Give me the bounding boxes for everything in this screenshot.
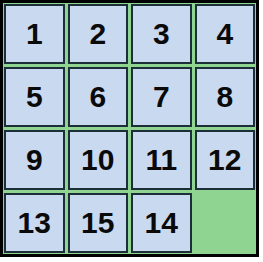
- puzzle-board: 123456789101112131514: [0, 0, 259, 257]
- tile-8[interactable]: 8: [195, 67, 256, 127]
- tile-10[interactable]: 10: [68, 130, 129, 190]
- tile-15[interactable]: 15: [68, 193, 129, 253]
- tile-7[interactable]: 7: [131, 67, 192, 127]
- empty-cell: [195, 193, 256, 253]
- tile-6[interactable]: 6: [68, 67, 129, 127]
- tile-11[interactable]: 11: [131, 130, 192, 190]
- tile-9[interactable]: 9: [4, 130, 65, 190]
- tile-14[interactable]: 14: [131, 193, 192, 253]
- tile-5[interactable]: 5: [4, 67, 65, 127]
- tile-12[interactable]: 12: [195, 130, 256, 190]
- tile-3[interactable]: 3: [131, 4, 192, 64]
- tile-1[interactable]: 1: [4, 4, 65, 64]
- tile-2[interactable]: 2: [68, 4, 129, 64]
- tile-13[interactable]: 13: [4, 193, 65, 253]
- tile-4[interactable]: 4: [195, 4, 256, 64]
